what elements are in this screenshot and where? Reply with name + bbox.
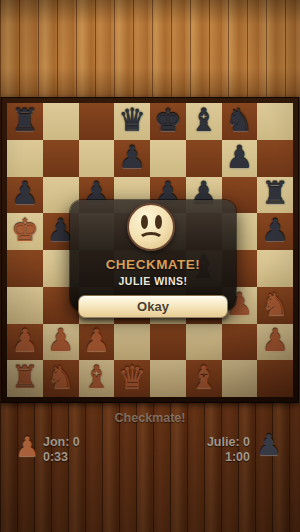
black-player-score: Julie: 0 [207, 435, 250, 449]
board-square-a7[interactable] [7, 140, 43, 177]
white-bishop-f1[interactable]: ♝ [190, 362, 218, 393]
board-square-b8[interactable] [43, 103, 79, 140]
top-bar [0, 0, 300, 97]
dialog-subtitle: JULIE WINS! [70, 275, 236, 287]
board-square-d7[interactable]: ♟ [114, 140, 150, 177]
board-square-e8[interactable]: ♚ [150, 103, 186, 140]
black-pawn-h5[interactable]: ♟ [261, 215, 289, 246]
board-square-d2[interactable] [114, 324, 150, 361]
dialog-title: CHECKMATE! [70, 257, 236, 272]
board-square-h4[interactable] [257, 250, 293, 287]
board-square-f7[interactable] [186, 140, 222, 177]
board-square-e7[interactable] [150, 140, 186, 177]
board-square-c7[interactable] [79, 140, 115, 177]
sad-face-icon [127, 203, 175, 251]
board-square-f8[interactable]: ♝ [186, 103, 222, 140]
white-pawn-b2[interactable]: ♟ [47, 325, 75, 356]
board-square-b1[interactable]: ♞ [43, 360, 79, 397]
white-knight-h3[interactable]: ♞ [261, 289, 289, 320]
status-message: Checkmate! [0, 411, 300, 425]
black-bishop-f8[interactable]: ♝ [190, 105, 218, 136]
sad-face-frown [138, 232, 164, 248]
black-pawn-icon: ♟ [256, 431, 282, 460]
white-pawn-c2[interactable]: ♟ [82, 325, 110, 356]
white-knight-b1[interactable]: ♞ [47, 362, 75, 393]
board-square-b7[interactable] [43, 140, 79, 177]
board-square-c8[interactable] [79, 103, 115, 140]
board-square-g1[interactable] [222, 360, 258, 397]
okay-button[interactable]: Okay [78, 295, 228, 318]
white-player-clock: 0:33 [43, 450, 68, 464]
black-knight-g8[interactable]: ♞ [225, 105, 253, 136]
black-rook-a8[interactable]: ♜ [11, 105, 39, 136]
black-pawn-g7[interactable]: ♟ [225, 142, 253, 173]
board-square-c2[interactable]: ♟ [79, 324, 115, 361]
board-square-h1[interactable] [257, 360, 293, 397]
board-square-c1[interactable]: ♝ [79, 360, 115, 397]
board-square-f2[interactable] [186, 324, 222, 361]
board-square-h6[interactable]: ♜ [257, 177, 293, 214]
board-square-g2[interactable] [222, 324, 258, 361]
black-player-clock: 1:00 [225, 450, 250, 464]
white-rook-a1[interactable]: ♜ [11, 362, 39, 393]
board-square-h8[interactable] [257, 103, 293, 140]
board-square-g8[interactable]: ♞ [222, 103, 258, 140]
white-pawn-h2[interactable]: ♟ [261, 325, 289, 356]
board-square-f1[interactable]: ♝ [186, 360, 222, 397]
sad-face-left-eye [141, 215, 148, 229]
board-square-g7[interactable]: ♟ [222, 140, 258, 177]
board-square-e2[interactable] [150, 324, 186, 361]
board-square-h5[interactable]: ♟ [257, 213, 293, 250]
board-square-e1[interactable] [150, 360, 186, 397]
board-square-b2[interactable]: ♟ [43, 324, 79, 361]
board-square-d8[interactable]: ♛ [114, 103, 150, 140]
board-square-a5[interactable]: ♚ [7, 213, 43, 250]
board-square-a1[interactable]: ♜ [7, 360, 43, 397]
white-pawn-a2[interactable]: ♟ [11, 325, 39, 356]
black-rook-h6[interactable]: ♜ [261, 178, 289, 209]
board-square-a3[interactable] [7, 287, 43, 324]
board-square-a6[interactable]: ♟ [7, 177, 43, 214]
white-king-a5[interactable]: ♚ [11, 215, 39, 246]
checkmate-dialog: CHECKMATE! JULIE WINS! Okay [70, 200, 236, 311]
white-player-score: Jon: 0 [43, 435, 80, 449]
board-square-a8[interactable]: ♜ [7, 103, 43, 140]
sad-face-right-eye [155, 215, 162, 229]
black-pawn-d7[interactable]: ♟ [118, 142, 146, 173]
board-square-h3[interactable]: ♞ [257, 287, 293, 324]
black-pawn-a6[interactable]: ♟ [11, 178, 39, 209]
board-square-h7[interactable] [257, 140, 293, 177]
white-queen-d1[interactable]: ♛ [118, 362, 146, 393]
white-bishop-c1[interactable]: ♝ [82, 362, 110, 393]
black-queen-d8[interactable]: ♛ [118, 105, 146, 136]
board-square-h2[interactable]: ♟ [257, 324, 293, 361]
black-king-e8[interactable]: ♚ [154, 105, 182, 136]
board-square-a4[interactable] [7, 250, 43, 287]
board-square-a2[interactable]: ♟ [7, 324, 43, 361]
white-pawn-icon: ♟ [15, 433, 39, 460]
chess-app-screen: CHESS MENU UNDO ♜♛♚♝♞♟♟♟♟♟♟♜♚♟♟♝♟♞♟♟♟♟♜♞… [0, 0, 300, 532]
board-square-d1[interactable]: ♛ [114, 360, 150, 397]
